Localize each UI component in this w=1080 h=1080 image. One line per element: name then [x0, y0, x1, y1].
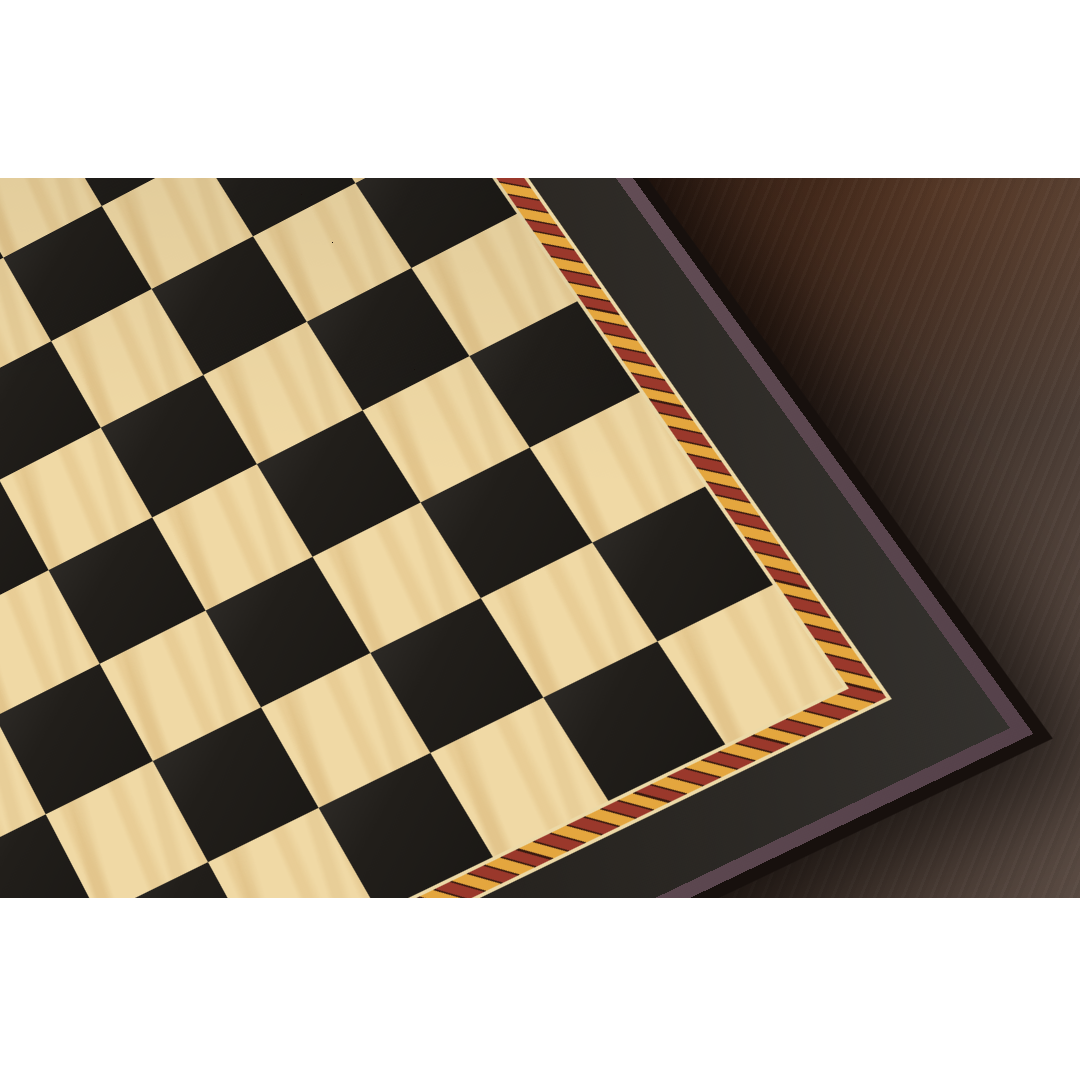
- white-backdrop-top: [0, 0, 1080, 178]
- white-backdrop-bottom: [0, 898, 1080, 1080]
- photo-stage: [0, 0, 1080, 1080]
